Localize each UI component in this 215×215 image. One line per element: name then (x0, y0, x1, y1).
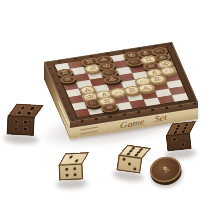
brown-disc-piece[interactable]: ♕ (100, 103, 119, 113)
die-front-face (7, 115, 35, 135)
piece-cutout-icon: ♖ (152, 77, 163, 83)
left-dark-die[interactable] (7, 103, 36, 135)
die-pip (14, 120, 17, 123)
die-pip (29, 107, 34, 110)
board-cell-h1[interactable] (171, 93, 188, 102)
die-pip (65, 168, 68, 171)
piece-cutout-icon: ♖ (127, 87, 138, 93)
die-pip (73, 167, 76, 170)
engraving-logo-mark (80, 127, 98, 135)
die-pip (69, 155, 74, 158)
product-photo: Game Set ♖♙♔♗♘♖♕♔♘♖♙♕♘♕♔♙♗♘♙♘♖♔♗♘♖♙♘♖♕ ♗ (0, 0, 215, 215)
die-pip (24, 127, 27, 130)
die-front-face (58, 163, 83, 181)
piece-cutout-icon: ♘ (163, 68, 174, 74)
piece-cutout-icon: ♘ (88, 100, 99, 106)
board-grid: ♖♙♔♗♘♖♕♔♘♖♙♕♘♕♔♙♗♘♙♘♖♔♗♘♖♙♘♖♕ (54, 47, 188, 117)
die-pip (16, 111, 21, 114)
die-pip (24, 121, 27, 124)
die-front-face (116, 154, 142, 174)
die-pip (75, 159, 80, 162)
die-pip (128, 162, 131, 165)
die-pip (74, 173, 77, 176)
die-front-face (166, 132, 192, 151)
die-pip (182, 143, 185, 146)
right-dark-die[interactable] (165, 122, 192, 152)
piece-cutout-icon: ♘ (113, 90, 124, 96)
piece-cutout-icon: ♘ (129, 59, 140, 65)
center-light-die[interactable] (116, 144, 144, 174)
loose-piece-cutout-icon: ♗ (159, 163, 172, 176)
piece-cutout-icon: ♕ (104, 105, 115, 111)
die-pip (65, 174, 68, 177)
piece-cutout-icon: ♕ (87, 66, 98, 72)
die-pip (14, 127, 17, 130)
die-pip (26, 112, 31, 115)
piece-cutout-icon: ♙ (140, 85, 151, 91)
die-pip (20, 107, 25, 110)
front-light-die[interactable] (58, 152, 83, 181)
board-cell-c1[interactable]: ♕ (102, 104, 119, 113)
engraving-word-set: Set (154, 112, 167, 123)
piece-cutout-icon: ♙ (107, 77, 118, 83)
piece-cutout-icon: ♕ (62, 77, 73, 83)
die-pip (123, 158, 126, 161)
die-pip (172, 138, 175, 141)
die-pip (133, 167, 136, 170)
